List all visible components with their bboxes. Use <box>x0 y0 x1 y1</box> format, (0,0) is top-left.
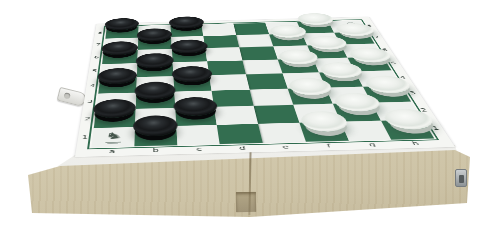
square-e4[interactable] <box>246 73 288 89</box>
board-surface: ♞ <box>75 17 455 157</box>
square-c8[interactable] <box>170 25 203 37</box>
white-piece[interactable] <box>347 47 394 63</box>
black-piece[interactable] <box>172 66 213 83</box>
black-piece[interactable] <box>170 39 208 54</box>
black-piece[interactable] <box>173 97 218 117</box>
square-b3[interactable] <box>135 91 174 108</box>
white-piece[interactable] <box>380 109 437 130</box>
square-d7[interactable] <box>204 35 240 48</box>
black-piece[interactable] <box>104 18 139 31</box>
square-d8[interactable] <box>202 24 236 36</box>
square-e1[interactable] <box>258 123 306 143</box>
square-b1[interactable] <box>134 126 177 147</box>
white-piece[interactable] <box>362 76 413 94</box>
board-scene: ♞ abcdefgh 87654321 87654321 <box>0 0 500 247</box>
square-c2[interactable] <box>175 107 217 126</box>
square-d4[interactable] <box>209 74 249 90</box>
square-b5[interactable] <box>137 62 173 77</box>
square-e2[interactable] <box>254 105 299 124</box>
square-d6[interactable] <box>205 47 242 61</box>
checkers-board: ♞ abcdefgh 87654321 87654321 <box>75 17 455 157</box>
square-a6[interactable] <box>102 50 138 64</box>
square-b7[interactable] <box>138 37 172 50</box>
black-piece[interactable] <box>132 115 178 137</box>
square-e8[interactable] <box>233 23 269 35</box>
white-piece[interactable] <box>334 23 377 37</box>
square-d5[interactable] <box>207 60 246 75</box>
black-piece[interactable] <box>92 99 136 119</box>
square-d1[interactable] <box>217 124 263 144</box>
brand-logo: ♞ <box>95 128 132 146</box>
square-e6[interactable] <box>239 46 277 60</box>
square-d2[interactable] <box>214 106 258 125</box>
square-f1[interactable] <box>299 121 348 141</box>
square-h1[interactable] <box>381 119 434 139</box>
square-a2[interactable] <box>94 109 136 128</box>
knight-logo-icon: ♞ <box>104 130 124 142</box>
black-piece[interactable] <box>135 53 174 69</box>
square-c4[interactable] <box>173 75 212 91</box>
square-a1[interactable]: ♞ <box>91 127 135 148</box>
black-piece[interactable] <box>100 41 138 56</box>
square-a4[interactable] <box>98 77 136 93</box>
square-f7[interactable] <box>269 33 307 46</box>
square-e5[interactable] <box>242 59 282 74</box>
square-e3[interactable] <box>250 89 293 106</box>
square-g1[interactable] <box>340 120 391 140</box>
checkers-set-photo: ♞ abcdefgh 87654321 87654321 <box>0 0 500 247</box>
black-piece[interactable] <box>134 81 176 99</box>
black-piece[interactable] <box>136 28 172 42</box>
black-piece[interactable] <box>97 68 138 85</box>
board-grid: ♞ <box>91 20 434 147</box>
square-c6[interactable] <box>171 48 207 62</box>
square-e7[interactable] <box>236 34 273 47</box>
square-d3[interactable] <box>212 90 254 107</box>
black-piece[interactable] <box>169 16 205 29</box>
square-f3[interactable] <box>287 88 332 105</box>
square-a8[interactable] <box>105 26 138 38</box>
square-c1[interactable] <box>176 125 220 146</box>
square-f5[interactable] <box>278 58 319 73</box>
